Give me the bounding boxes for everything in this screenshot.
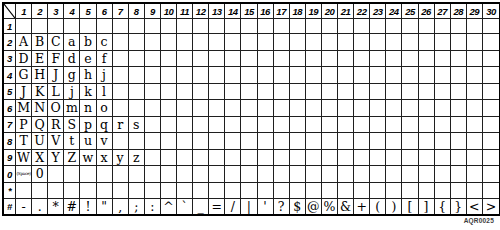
char-cell <box>177 19 193 34</box>
char-cell <box>483 150 499 167</box>
column-header: 25 <box>402 4 418 19</box>
char-cell <box>161 84 177 101</box>
char-cell: l <box>97 84 113 101</box>
char-cell <box>338 100 354 117</box>
diagonal-line <box>4 4 15 18</box>
char-cell: A <box>16 34 32 51</box>
char-cell <box>370 133 386 150</box>
char-cell <box>435 166 451 183</box>
column-header: 6 <box>97 4 113 19</box>
char-cell <box>290 67 306 84</box>
char-cell: M <box>16 100 32 117</box>
char-cell <box>402 150 418 167</box>
char-cell <box>274 84 290 101</box>
char-cell <box>370 19 386 34</box>
char-cell <box>274 34 290 51</box>
char-cell <box>241 67 257 84</box>
char-cell <box>322 150 338 167</box>
char-cell <box>370 34 386 51</box>
char-cell: > <box>483 199 499 215</box>
char-cell <box>354 133 370 150</box>
row-label: 1 <box>4 19 16 34</box>
char-cell <box>402 133 418 150</box>
char-cell: F <box>48 51 64 68</box>
char-cell <box>258 19 274 34</box>
char-cell: " <box>97 199 113 215</box>
char-cell: E <box>32 51 48 68</box>
char-cell: v <box>97 133 113 150</box>
char-cell <box>467 117 483 134</box>
char-cell <box>402 117 418 134</box>
char-cell: H <box>32 67 48 84</box>
char-cell <box>209 166 225 183</box>
char-cell: j <box>64 84 80 101</box>
char-cell <box>483 100 499 117</box>
char-cell <box>354 67 370 84</box>
char-cell <box>129 67 145 84</box>
char-cell <box>241 19 257 34</box>
char-cell <box>322 67 338 84</box>
char-cell <box>338 19 354 34</box>
char-cell <box>402 34 418 51</box>
char-cell <box>338 84 354 101</box>
char-cell <box>113 34 129 51</box>
row-label: # <box>4 199 16 215</box>
char-cell <box>97 183 113 198</box>
char-cell <box>241 34 257 51</box>
char-cell <box>209 84 225 101</box>
char-cell <box>145 19 161 34</box>
column-header: 8 <box>129 4 145 19</box>
char-cell: m <box>64 100 80 117</box>
char-cell <box>435 34 451 51</box>
char-cell <box>435 84 451 101</box>
char-cell <box>209 67 225 84</box>
char-cell <box>241 166 257 183</box>
char-cell: / <box>225 199 241 215</box>
char-cell <box>354 19 370 34</box>
char-cell <box>258 117 274 134</box>
char-cell <box>419 19 435 34</box>
char-cell <box>290 34 306 51</box>
char-cell <box>290 133 306 150</box>
char-cell <box>306 183 322 198</box>
char-cell <box>419 166 435 183</box>
char-cell <box>322 133 338 150</box>
char-cell <box>338 133 354 150</box>
char-cell <box>290 117 306 134</box>
char-cell <box>306 100 322 117</box>
char-cell <box>386 19 402 34</box>
char-cell <box>306 19 322 34</box>
char-cell: < <box>467 199 483 215</box>
char-cell <box>145 166 161 183</box>
char-cell <box>290 183 306 198</box>
char-cell: k <box>80 84 96 101</box>
char-cell <box>338 183 354 198</box>
char-cell <box>241 100 257 117</box>
char-cell <box>193 150 209 167</box>
char-cell <box>193 84 209 101</box>
char-cell <box>483 133 499 150</box>
column-header: 13 <box>209 4 225 19</box>
char-cell <box>451 183 467 198</box>
column-header: 20 <box>322 4 338 19</box>
column-header: 22 <box>354 4 370 19</box>
char-cell <box>274 133 290 150</box>
char-cell: ) <box>386 199 402 215</box>
char-cell <box>274 166 290 183</box>
char-cell <box>419 183 435 198</box>
char-cell <box>145 67 161 84</box>
char-cell <box>129 34 145 51</box>
char-cell <box>225 117 241 134</box>
char-cell <box>290 19 306 34</box>
row-label: 5 <box>4 84 16 101</box>
char-cell <box>129 183 145 198</box>
char-cell <box>290 166 306 183</box>
char-cell <box>225 166 241 183</box>
char-cell <box>145 51 161 68</box>
char-cell <box>16 183 32 198</box>
char-cell <box>145 117 161 134</box>
char-cell <box>306 51 322 68</box>
char-cell <box>193 183 209 198</box>
char-cell <box>483 166 499 183</box>
char-cell <box>193 19 209 34</box>
char-cell <box>483 67 499 84</box>
column-header: 5 <box>80 4 96 19</box>
char-cell <box>161 19 177 34</box>
char-cell <box>451 150 467 167</box>
char-cell <box>16 19 32 34</box>
char-cell <box>467 19 483 34</box>
char-cell <box>177 183 193 198</box>
char-cell <box>258 166 274 183</box>
char-cell <box>113 19 129 34</box>
char-cell <box>113 166 129 183</box>
char-cell: U <box>32 133 48 150</box>
char-cell <box>161 34 177 51</box>
char-cell <box>419 34 435 51</box>
char-cell <box>306 84 322 101</box>
char-cell <box>370 84 386 101</box>
char-cell <box>177 84 193 101</box>
char-cell <box>386 67 402 84</box>
column-header: 7 <box>113 4 129 19</box>
char-cell <box>113 51 129 68</box>
column-header: 17 <box>274 4 290 19</box>
char-cell <box>306 166 322 183</box>
char-cell <box>354 34 370 51</box>
char-cell: C <box>48 34 64 51</box>
row-label: 4 <box>4 67 16 84</box>
char-cell <box>306 133 322 150</box>
char-cell <box>306 150 322 167</box>
char-cell <box>258 67 274 84</box>
column-header: 28 <box>451 4 467 19</box>
char-cell: ' <box>258 199 274 215</box>
char-cell <box>32 19 48 34</box>
char-cell <box>322 183 338 198</box>
char-cell <box>290 51 306 68</box>
char-cell <box>306 67 322 84</box>
char-cell <box>113 133 129 150</box>
char-cell <box>145 34 161 51</box>
char-cell <box>322 84 338 101</box>
char-cell: J <box>16 84 32 101</box>
character-table: 1234567891011121314151617181920212223242… <box>2 2 500 216</box>
manual-figure: 1234567891011121314151617181920212223242… <box>0 0 500 230</box>
char-cell: ? <box>274 199 290 215</box>
column-header: 19 <box>306 4 322 19</box>
char-cell <box>209 34 225 51</box>
char-cell <box>467 51 483 68</box>
column-header: 27 <box>435 4 451 19</box>
char-cell <box>129 100 145 117</box>
column-header: 2 <box>32 4 48 19</box>
column-header: 23 <box>370 4 386 19</box>
char-cell <box>193 133 209 150</box>
char-cell <box>386 150 402 167</box>
char-cell <box>435 100 451 117</box>
char-cell: Y <box>48 150 64 167</box>
char-cell <box>209 150 225 167</box>
char-cell <box>354 117 370 134</box>
char-cell <box>177 34 193 51</box>
char-cell: q <box>97 117 113 134</box>
char-cell <box>483 34 499 51</box>
char-cell <box>225 183 241 198</box>
char-cell <box>177 100 193 117</box>
char-cell <box>113 67 129 84</box>
char-cell <box>274 19 290 34</box>
column-header: 16 <box>258 4 274 19</box>
char-cell <box>209 133 225 150</box>
column-header: 12 <box>193 4 209 19</box>
column-header: 18 <box>290 4 306 19</box>
char-cell <box>483 19 499 34</box>
char-cell <box>241 117 257 134</box>
char-cell: S <box>64 117 80 134</box>
char-cell <box>322 117 338 134</box>
char-cell <box>274 150 290 167</box>
char-cell <box>177 117 193 134</box>
char-cell <box>467 34 483 51</box>
char-cell: | <box>241 199 257 215</box>
char-cell <box>354 166 370 183</box>
char-cell <box>177 166 193 183</box>
char-cell <box>435 150 451 167</box>
char-cell <box>386 84 402 101</box>
char-cell: W <box>16 150 32 167</box>
char-cell <box>145 133 161 150</box>
char-cell <box>451 34 467 51</box>
char-cell <box>80 183 96 198</box>
char-cell <box>338 51 354 68</box>
char-cell <box>48 19 64 34</box>
char-cell <box>97 166 113 183</box>
column-header: 14 <box>225 4 241 19</box>
char-cell: d <box>64 51 80 68</box>
char-cell: j <box>97 67 113 84</box>
row-label: * <box>4 183 16 198</box>
column-header: 29 <box>467 4 483 19</box>
char-cell <box>241 51 257 68</box>
char-cell <box>370 67 386 84</box>
char-cell <box>354 183 370 198</box>
char-cell <box>113 84 129 101</box>
figure-code: AQR0025 <box>464 217 494 224</box>
char-cell: [ <box>402 199 418 215</box>
char-cell <box>274 100 290 117</box>
char-cell: ^ <box>161 199 177 215</box>
column-header: 10 <box>161 4 177 19</box>
char-cell <box>451 51 467 68</box>
row-label: 8 <box>4 133 16 150</box>
char-cell <box>338 150 354 167</box>
char-cell <box>209 19 225 34</box>
char-cell <box>386 166 402 183</box>
char-cell: y <box>113 150 129 167</box>
char-cell: _ <box>193 199 209 215</box>
char-cell <box>193 34 209 51</box>
char-cell <box>419 150 435 167</box>
char-cell: h <box>80 67 96 84</box>
char-cell <box>451 117 467 134</box>
char-cell <box>274 117 290 134</box>
char-cell <box>274 67 290 84</box>
char-cell: G <box>16 67 32 84</box>
row-label: 7 <box>4 117 16 134</box>
char-cell <box>129 51 145 68</box>
char-cell: & <box>338 199 354 215</box>
char-cell <box>402 19 418 34</box>
char-cell: u <box>80 133 96 150</box>
char-cell: N <box>32 100 48 117</box>
char-cell <box>129 166 145 183</box>
char-cell: n <box>80 100 96 117</box>
char-cell <box>113 100 129 117</box>
char-cell <box>241 84 257 101</box>
char-cell <box>435 19 451 34</box>
char-cell <box>145 84 161 101</box>
row-label: 9 <box>4 150 16 167</box>
char-cell <box>338 34 354 51</box>
char-cell <box>419 117 435 134</box>
char-cell <box>370 150 386 167</box>
char-cell <box>177 67 193 84</box>
char-cell: P <box>16 117 32 134</box>
char-cell: B <box>32 34 48 51</box>
char-cell <box>386 34 402 51</box>
char-cell: o <box>97 100 113 117</box>
char-cell <box>402 166 418 183</box>
column-header: 1 <box>16 4 32 19</box>
char-cell <box>354 100 370 117</box>
char-cell <box>145 150 161 167</box>
char-cell <box>483 84 499 101</box>
char-cell <box>354 84 370 101</box>
char-cell <box>290 100 306 117</box>
char-cell: X <box>32 150 48 167</box>
char-cell: @ <box>306 199 322 215</box>
char-cell <box>370 51 386 68</box>
char-cell <box>435 133 451 150</box>
char-cell: ! <box>80 199 96 215</box>
char-cell <box>32 183 48 198</box>
char-cell <box>80 19 96 34</box>
char-cell <box>80 166 96 183</box>
char-cell <box>483 117 499 134</box>
char-cell <box>274 51 290 68</box>
char-cell: Q <box>32 117 48 134</box>
char-cell <box>225 51 241 68</box>
char-cell: w <box>80 150 96 167</box>
row-label: 2 <box>4 34 16 51</box>
char-cell: L <box>48 84 64 101</box>
char-cell <box>258 183 274 198</box>
char-cell: t <box>64 133 80 150</box>
char-cell <box>370 117 386 134</box>
char-cell <box>322 166 338 183</box>
char-cell <box>402 67 418 84</box>
char-cell <box>467 67 483 84</box>
char-cell <box>225 150 241 167</box>
char-cell: r <box>113 117 129 134</box>
char-cell <box>370 100 386 117</box>
char-cell <box>177 150 193 167</box>
row-label: 0 <box>4 166 16 183</box>
column-header: 11 <box>177 4 193 19</box>
char-cell <box>193 67 209 84</box>
char-cell: p <box>80 117 96 134</box>
char-cell: e <box>80 51 96 68</box>
char-cell: ` <box>177 199 193 215</box>
char-cell <box>338 166 354 183</box>
column-header: 21 <box>338 4 354 19</box>
char-cell <box>435 51 451 68</box>
char-cell <box>467 84 483 101</box>
char-cell <box>161 67 177 84</box>
column-header: 3 <box>48 4 64 19</box>
char-cell <box>338 117 354 134</box>
char-cell <box>209 51 225 68</box>
char-cell <box>451 100 467 117</box>
char-cell <box>402 183 418 198</box>
row-label: 6 <box>4 100 16 117</box>
char-cell <box>258 84 274 101</box>
char-cell <box>97 19 113 34</box>
char-cell: $ <box>290 199 306 215</box>
char-cell <box>483 183 499 198</box>
char-cell <box>177 51 193 68</box>
char-cell <box>113 183 129 198</box>
char-cell <box>402 100 418 117</box>
char-cell <box>451 67 467 84</box>
char-cell <box>451 166 467 183</box>
char-cell <box>386 117 402 134</box>
char-cell <box>161 100 177 117</box>
char-cell <box>322 100 338 117</box>
char-cell <box>258 100 274 117</box>
char-cell <box>161 150 177 167</box>
char-cell <box>225 133 241 150</box>
char-cell <box>258 34 274 51</box>
char-cell: c <box>97 34 113 51</box>
char-cell: (Space) <box>16 166 32 183</box>
char-cell <box>258 150 274 167</box>
